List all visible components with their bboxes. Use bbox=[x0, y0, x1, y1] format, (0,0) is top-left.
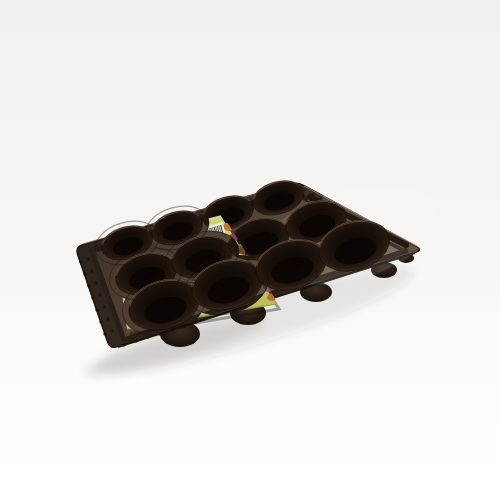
product-photo: TEXEL bbox=[0, 0, 500, 500]
muffin-pan-photo: TEXEL bbox=[0, 0, 500, 500]
